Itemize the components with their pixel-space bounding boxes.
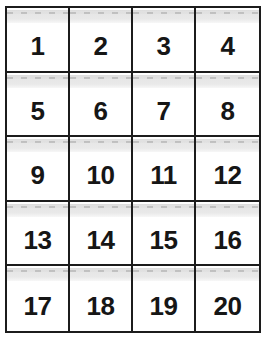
number-card: 6 <box>70 73 133 138</box>
card-number: 17 <box>24 293 52 319</box>
card-number: 10 <box>87 162 115 188</box>
card-number: 8 <box>221 98 235 124</box>
number-card: 2 <box>70 8 133 73</box>
number-card: 8 <box>196 73 259 138</box>
card-number: 19 <box>150 293 178 319</box>
number-grid: 1234567891011121314151617181920 <box>5 6 261 333</box>
card-number: 11 <box>150 162 177 188</box>
number-card: 11 <box>133 137 196 202</box>
card-number: 13 <box>24 227 52 253</box>
fold-line-strip <box>133 139 194 152</box>
number-card: 15 <box>133 202 196 267</box>
number-card: 1 <box>7 8 70 73</box>
number-card: 12 <box>196 137 259 202</box>
card-number: 9 <box>31 162 45 188</box>
fold-line-strip <box>196 204 259 217</box>
fold-line-strip <box>196 75 259 88</box>
number-card: 9 <box>7 137 70 202</box>
number-card: 17 <box>7 266 70 331</box>
card-number: 4 <box>221 33 235 59</box>
fold-line-strip <box>133 75 194 88</box>
fold-line-strip <box>7 139 68 152</box>
number-card: 5 <box>7 73 70 138</box>
number-card: 10 <box>70 137 133 202</box>
fold-line-strip <box>70 75 131 88</box>
fold-line-strip <box>7 10 68 23</box>
fold-line-strip <box>70 268 131 281</box>
number-card: 4 <box>196 8 259 73</box>
number-card: 13 <box>7 202 70 267</box>
fold-line-strip <box>7 268 68 281</box>
card-number: 5 <box>31 98 45 124</box>
fold-line-strip <box>7 204 68 217</box>
number-card: 19 <box>133 266 196 331</box>
number-card: 16 <box>196 202 259 267</box>
number-cards-sheet: 1234567891011121314151617181920 <box>0 0 270 350</box>
fold-line-strip <box>70 204 131 217</box>
fold-line-strip <box>70 10 131 23</box>
card-number: 2 <box>94 33 108 59</box>
card-number: 15 <box>150 227 178 253</box>
card-number: 3 <box>157 33 171 59</box>
card-number: 7 <box>157 98 171 124</box>
fold-line-strip <box>196 268 259 281</box>
card-number: 18 <box>87 293 115 319</box>
number-card: 7 <box>133 73 196 138</box>
number-card: 3 <box>133 8 196 73</box>
card-number: 1 <box>31 33 45 59</box>
fold-line-strip <box>196 139 259 152</box>
fold-line-strip <box>70 139 131 152</box>
number-card: 18 <box>70 266 133 331</box>
card-number: 6 <box>94 98 108 124</box>
card-number: 16 <box>214 227 242 253</box>
card-number: 20 <box>214 293 242 319</box>
card-number: 14 <box>87 227 115 253</box>
fold-line-strip <box>196 10 259 23</box>
card-number: 12 <box>214 162 242 188</box>
number-card: 14 <box>70 202 133 267</box>
fold-line-strip <box>7 75 68 88</box>
fold-line-strip <box>133 268 194 281</box>
number-card: 20 <box>196 266 259 331</box>
fold-line-strip <box>133 10 194 23</box>
fold-line-strip <box>133 204 194 217</box>
